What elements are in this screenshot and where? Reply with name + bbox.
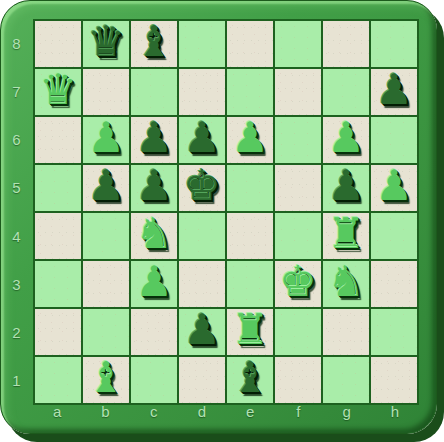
rank-labels: 87654321 [0, 19, 33, 405]
square-h4[interactable] [371, 213, 417, 259]
square-f1[interactable] [275, 357, 321, 403]
square-f2[interactable] [275, 309, 321, 355]
square-d4[interactable] [179, 213, 225, 259]
rank-label-2: 2 [0, 309, 33, 357]
square-b6[interactable]: ♟ [83, 117, 129, 163]
square-h5[interactable]: ♟ [371, 165, 417, 211]
square-c5[interactable]: ♟ [131, 165, 177, 211]
black-pawn-piece[interactable]: ♟ [375, 69, 413, 111]
rank-label-7: 7 [0, 67, 33, 115]
white-rook-piece[interactable]: ♜ [327, 213, 365, 255]
square-a7[interactable]: ♛ [35, 69, 81, 115]
black-king-piece[interactable]: ♚ [183, 165, 221, 207]
square-e4[interactable] [227, 213, 273, 259]
square-h3[interactable] [371, 261, 417, 307]
square-f6[interactable] [275, 117, 321, 163]
square-g7[interactable] [323, 69, 369, 115]
square-d8[interactable] [179, 21, 225, 67]
square-c3[interactable]: ♟ [131, 261, 177, 307]
white-bishop-piece[interactable]: ♝ [87, 357, 125, 399]
white-knight-piece[interactable]: ♞ [327, 261, 365, 303]
square-a1[interactable] [35, 357, 81, 403]
square-h1[interactable] [371, 357, 417, 403]
square-c2[interactable] [131, 309, 177, 355]
square-g3[interactable]: ♞ [323, 261, 369, 307]
white-king-piece[interactable]: ♚ [279, 261, 317, 303]
square-a4[interactable] [35, 213, 81, 259]
square-g2[interactable] [323, 309, 369, 355]
square-c1[interactable] [131, 357, 177, 403]
square-a3[interactable] [35, 261, 81, 307]
board: ♛♝♛♟♟♟♟♟♟♟♟♚♟♟♞♜♟♚♞♟♜♝♝ [33, 19, 419, 405]
square-d7[interactable] [179, 69, 225, 115]
chess-app: 87654321 abcdefgh ♛♝♛♟♟♟♟♟♟♟♟♚♟♟♞♜♟♚♞♟♜♝… [0, 0, 444, 442]
black-pawn-piece[interactable]: ♟ [183, 309, 221, 351]
white-pawn-piece[interactable]: ♟ [375, 165, 413, 207]
rank-label-5: 5 [0, 164, 33, 212]
black-pawn-piece[interactable]: ♟ [135, 165, 173, 207]
square-e7[interactable] [227, 69, 273, 115]
black-queen-piece[interactable]: ♛ [87, 21, 125, 63]
square-h6[interactable] [371, 117, 417, 163]
square-e1[interactable]: ♝ [227, 357, 273, 403]
rank-label-3: 3 [0, 260, 33, 308]
square-g4[interactable]: ♜ [323, 213, 369, 259]
square-c4[interactable]: ♞ [131, 213, 177, 259]
square-a5[interactable] [35, 165, 81, 211]
black-pawn-piece[interactable]: ♟ [135, 117, 173, 159]
black-pawn-piece[interactable]: ♟ [87, 165, 125, 207]
rank-label-6: 6 [0, 116, 33, 164]
square-b7[interactable] [83, 69, 129, 115]
rank-label-1: 1 [0, 357, 33, 405]
square-c8[interactable]: ♝ [131, 21, 177, 67]
white-queen-piece[interactable]: ♛ [39, 69, 77, 111]
square-d5[interactable]: ♚ [179, 165, 225, 211]
square-e5[interactable] [227, 165, 273, 211]
rank-label-4: 4 [0, 212, 33, 260]
white-pawn-piece[interactable]: ♟ [87, 117, 125, 159]
black-pawn-piece[interactable]: ♟ [327, 165, 365, 207]
square-e2[interactable]: ♜ [227, 309, 273, 355]
square-b4[interactable] [83, 213, 129, 259]
black-pawn-piece[interactable]: ♟ [183, 117, 221, 159]
square-f3[interactable]: ♚ [275, 261, 321, 307]
square-b5[interactable]: ♟ [83, 165, 129, 211]
square-c6[interactable]: ♟ [131, 117, 177, 163]
square-b2[interactable] [83, 309, 129, 355]
square-e3[interactable] [227, 261, 273, 307]
square-h7[interactable]: ♟ [371, 69, 417, 115]
square-h2[interactable] [371, 309, 417, 355]
square-d2[interactable]: ♟ [179, 309, 225, 355]
white-pawn-piece[interactable]: ♟ [231, 117, 269, 159]
square-e8[interactable] [227, 21, 273, 67]
white-pawn-piece[interactable]: ♟ [135, 261, 173, 303]
square-f7[interactable] [275, 69, 321, 115]
square-e6[interactable]: ♟ [227, 117, 273, 163]
white-rook-piece[interactable]: ♜ [231, 309, 269, 351]
square-c7[interactable] [131, 69, 177, 115]
square-a8[interactable] [35, 21, 81, 67]
square-d1[interactable] [179, 357, 225, 403]
rank-label-8: 8 [0, 19, 33, 67]
square-h8[interactable] [371, 21, 417, 67]
square-f4[interactable] [275, 213, 321, 259]
white-pawn-piece[interactable]: ♟ [327, 117, 365, 159]
square-a6[interactable] [35, 117, 81, 163]
square-g6[interactable]: ♟ [323, 117, 369, 163]
black-bishop-piece[interactable]: ♝ [135, 21, 173, 63]
square-a2[interactable] [35, 309, 81, 355]
square-b1[interactable]: ♝ [83, 357, 129, 403]
square-b3[interactable] [83, 261, 129, 307]
square-f8[interactable] [275, 21, 321, 67]
square-f5[interactable] [275, 165, 321, 211]
black-bishop-piece[interactable]: ♝ [231, 357, 269, 399]
white-knight-piece[interactable]: ♞ [135, 213, 173, 255]
square-g1[interactable] [323, 357, 369, 403]
square-d3[interactable] [179, 261, 225, 307]
square-g8[interactable] [323, 21, 369, 67]
square-d6[interactable]: ♟ [179, 117, 225, 163]
square-b8[interactable]: ♛ [83, 21, 129, 67]
square-g5[interactable]: ♟ [323, 165, 369, 211]
